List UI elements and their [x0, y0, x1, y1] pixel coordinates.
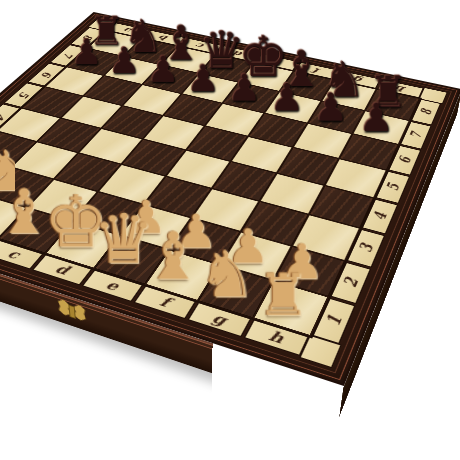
square-e7: ♟ [222, 82, 279, 113]
board-top-surface: abcdefgh abcdefgh 87654321 87654321 ♜♞♝♛… [0, 12, 460, 386]
chess-board-3d: abcdefgh abcdefgh 87654321 87654321 ♜♞♝♛… [0, 12, 460, 386]
coordinate-label-7: 7 [401, 122, 430, 149]
brass-clasp [58, 298, 87, 326]
photo-canvas: abcdefgh abcdefgh 87654321 87654321 ♜♞♝♛… [0, 0, 460, 460]
square-e6 [205, 103, 264, 136]
clasp-pin-icon [68, 305, 75, 319]
square-e3 [144, 176, 212, 218]
